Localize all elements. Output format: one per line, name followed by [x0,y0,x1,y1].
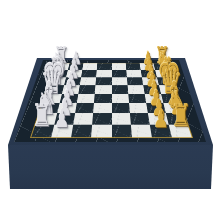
square-r4c5 [112,85,128,94]
square-r8c2 [51,125,73,138]
square-r5c3 [77,94,95,103]
square-r5c8 [161,94,181,103]
square-r7c3 [73,113,93,124]
square-r4c6 [127,85,144,94]
square-r1c4 [97,63,112,70]
square-r3c4 [96,77,112,85]
square-r1c6 [125,63,140,70]
square-r5c2 [60,94,79,103]
square-r4c3 [79,85,96,94]
square-r1c8 [153,63,169,70]
square-r8c8 [169,125,192,138]
square-r5c6 [128,94,146,103]
square-r7c4 [92,113,111,124]
square-r8c5 [112,125,132,138]
square-r3c3 [80,77,96,85]
square-r6c8 [163,103,184,113]
square-r1c2 [68,63,84,70]
chess-board [30,63,193,138]
square-r6c5 [112,103,130,113]
square-r5c4 [94,94,111,103]
square-r2c3 [81,70,97,77]
square-r6c4 [93,103,111,113]
square-r4c2 [62,85,80,94]
square-r2c6 [126,70,142,77]
square-r3c6 [127,77,143,85]
square-r2c5 [112,70,127,77]
square-r7c6 [130,113,150,124]
square-r3c2 [64,77,81,85]
square-r4c8 [159,85,178,94]
square-r2c8 [155,70,172,77]
square-r3c8 [157,77,175,85]
square-r1c3 [82,63,97,70]
square-r4c4 [95,85,111,94]
square-r7c8 [166,113,188,124]
square-r7c5 [112,113,131,124]
square-r2c2 [66,70,82,77]
square-r1c5 [112,63,127,70]
square-r5c5 [112,94,129,103]
square-r6c6 [129,103,148,113]
square-r2c4 [96,70,111,77]
square-r8c3 [71,125,92,138]
chess-set-product-photo: ♜♟♟♜♞♟♟♞♝♟♟♝♚♟♟♚♛♟♟♛♝♟♟♝♞♟♟♞♜♟♟♜ [0,0,222,222]
square-r3c5 [112,77,128,85]
square-r8c6 [131,125,152,138]
square-r6c2 [57,103,77,113]
square-r8c4 [91,125,111,138]
square-r6c3 [75,103,94,113]
square-r7c2 [54,113,75,124]
